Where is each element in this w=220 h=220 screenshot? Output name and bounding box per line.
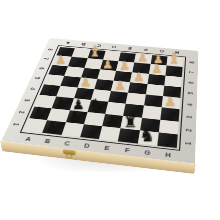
square-e2[interactable]: ♟ xyxy=(102,114,123,128)
rank-label-6: 6 xyxy=(32,64,51,73)
white-pawn-f8[interactable]: ♟ xyxy=(137,52,148,64)
black-pawn-b3[interactable]: ♟ xyxy=(55,96,67,110)
square-g5[interactable] xyxy=(145,84,164,96)
white-pawn-d7[interactable]: ♟ xyxy=(103,58,114,70)
chess-set-product-photo: ABCDEFGH ABCDEFGH 12345678 12345678 ♝♟♟♝… xyxy=(0,0,220,220)
file-label-f: F xyxy=(137,46,154,54)
square-h1[interactable] xyxy=(157,132,178,148)
black-pawn-e2[interactable]: ♟ xyxy=(105,113,118,127)
rank-label-5: 5 xyxy=(27,74,47,83)
white-pawn-c5[interactable]: ♟ xyxy=(80,76,92,89)
square-h8[interactable]: ♝ xyxy=(166,57,183,68)
rank-label-8: 8 xyxy=(183,58,200,66)
square-g6[interactable] xyxy=(147,74,165,86)
file-label-d: D xyxy=(105,43,122,51)
square-g7[interactable]: ♟ xyxy=(149,64,167,75)
square-f5[interactable] xyxy=(128,82,147,94)
white-pawn-g7[interactable]: ♟ xyxy=(151,62,162,74)
black-pawn-a2[interactable]: ♟ xyxy=(32,105,44,119)
square-c2[interactable]: ♟ xyxy=(65,110,87,124)
square-f8[interactable]: ♟ xyxy=(134,54,151,64)
rank-label-7: 7 xyxy=(183,68,200,77)
square-c5[interactable]: ♟ xyxy=(77,77,97,89)
square-g1[interactable]: ♞ xyxy=(137,130,158,146)
square-d7[interactable]: ♟ xyxy=(100,60,118,71)
file-label-h: H xyxy=(169,49,186,57)
black-pawn-b1[interactable]: ♟ xyxy=(45,120,58,134)
black-pawn-c2[interactable]: ♟ xyxy=(68,109,81,123)
file-label-g: G xyxy=(153,47,170,55)
black-knight-g1[interactable]: ♞ xyxy=(140,128,155,145)
folding-chess-board: ABCDEFGH ABCDEFGH 12345678 12345678 ♝♟♟♝… xyxy=(1,38,198,164)
brass-clasp-icon xyxy=(63,149,76,155)
black-rook-f2[interactable]: ♜ xyxy=(123,114,137,129)
square-f1[interactable] xyxy=(118,128,140,143)
white-pawn-f6[interactable]: ♟ xyxy=(133,70,144,83)
rank-label-8: 8 xyxy=(41,46,59,54)
rank-label-5: 5 xyxy=(181,88,199,98)
black-knight-d3[interactable]: ♞ xyxy=(89,97,103,113)
rank-label-6: 6 xyxy=(182,78,200,87)
square-f6[interactable]: ♟ xyxy=(130,72,148,84)
square-e1[interactable] xyxy=(99,126,121,141)
white-pawn-h4[interactable]: ♟ xyxy=(164,95,176,109)
white-pawn-e7[interactable]: ♟ xyxy=(119,59,130,71)
square-e5[interactable]: ♟ xyxy=(111,81,130,93)
square-h6[interactable] xyxy=(164,75,182,87)
square-e4[interactable] xyxy=(108,91,128,104)
white-pawn-a7[interactable]: ♟ xyxy=(55,53,66,65)
file-label-e: E xyxy=(121,44,138,52)
square-h4[interactable]: ♟ xyxy=(161,96,180,109)
white-pawn-e5[interactable]: ♟ xyxy=(114,79,126,92)
square-h2[interactable] xyxy=(159,119,179,134)
rank-label-7: 7 xyxy=(37,55,56,63)
